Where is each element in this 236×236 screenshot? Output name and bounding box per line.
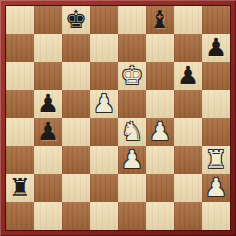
- square-d7[interactable]: [90, 34, 118, 62]
- white-pawn: ♟: [149, 119, 171, 146]
- square-e3[interactable]: ♟: [118, 146, 146, 174]
- square-c2[interactable]: [62, 174, 90, 202]
- square-d5[interactable]: ♟: [90, 90, 118, 118]
- black-bishop: ♝: [149, 7, 171, 34]
- square-e2[interactable]: [118, 174, 146, 202]
- square-e1[interactable]: [118, 202, 146, 230]
- square-c4[interactable]: [62, 118, 90, 146]
- square-h7[interactable]: ♟: [202, 34, 230, 62]
- square-b1[interactable]: [34, 202, 62, 230]
- square-h4[interactable]: [202, 118, 230, 146]
- square-d3[interactable]: [90, 146, 118, 174]
- black-pawn: ♟: [205, 35, 227, 62]
- square-a7[interactable]: [6, 34, 34, 62]
- square-h3[interactable]: ♜: [202, 146, 230, 174]
- square-e5[interactable]: [118, 90, 146, 118]
- square-e6[interactable]: ♚: [118, 62, 146, 90]
- square-g1[interactable]: [174, 202, 202, 230]
- square-a1[interactable]: [6, 202, 34, 230]
- square-c5[interactable]: [62, 90, 90, 118]
- square-d6[interactable]: [90, 62, 118, 90]
- square-c1[interactable]: [62, 202, 90, 230]
- square-f4[interactable]: ♟: [146, 118, 174, 146]
- square-a4[interactable]: [6, 118, 34, 146]
- white-pawn: ♟: [93, 91, 115, 118]
- square-d1[interactable]: [90, 202, 118, 230]
- square-g3[interactable]: [174, 146, 202, 174]
- square-f5[interactable]: [146, 90, 174, 118]
- chess-board: ♚♝♟♚♟♟♟♟♞♟♟♜♜♟: [6, 6, 230, 230]
- black-king: ♚: [65, 7, 87, 34]
- black-pawn: ♟: [37, 91, 59, 118]
- black-pawn: ♟: [37, 119, 59, 146]
- square-b8[interactable]: [34, 6, 62, 34]
- board-frame: ♚♝♟♚♟♟♟♟♞♟♟♜♜♟: [0, 0, 236, 236]
- square-g7[interactable]: [174, 34, 202, 62]
- square-f6[interactable]: [146, 62, 174, 90]
- white-pawn: ♟: [121, 147, 143, 174]
- square-c7[interactable]: [62, 34, 90, 62]
- square-c3[interactable]: [62, 146, 90, 174]
- white-pawn: ♟: [205, 175, 227, 202]
- square-g8[interactable]: [174, 6, 202, 34]
- square-b4[interactable]: ♟: [34, 118, 62, 146]
- white-king: ♚: [121, 63, 143, 90]
- square-a5[interactable]: [6, 90, 34, 118]
- square-h2[interactable]: ♟: [202, 174, 230, 202]
- square-e4[interactable]: ♞: [118, 118, 146, 146]
- square-h1[interactable]: [202, 202, 230, 230]
- square-c6[interactable]: [62, 62, 90, 90]
- square-d2[interactable]: [90, 174, 118, 202]
- square-h5[interactable]: [202, 90, 230, 118]
- square-b6[interactable]: [34, 62, 62, 90]
- square-b7[interactable]: [34, 34, 62, 62]
- square-g2[interactable]: [174, 174, 202, 202]
- square-d8[interactable]: [90, 6, 118, 34]
- square-a3[interactable]: [6, 146, 34, 174]
- square-f2[interactable]: [146, 174, 174, 202]
- square-b2[interactable]: [34, 174, 62, 202]
- square-d4[interactable]: [90, 118, 118, 146]
- square-c8[interactable]: ♚: [62, 6, 90, 34]
- square-e7[interactable]: [118, 34, 146, 62]
- square-a6[interactable]: [6, 62, 34, 90]
- square-e8[interactable]: [118, 6, 146, 34]
- square-b3[interactable]: [34, 146, 62, 174]
- white-knight: ♞: [121, 119, 143, 146]
- square-f8[interactable]: ♝: [146, 6, 174, 34]
- black-pawn: ♟: [177, 63, 199, 90]
- square-g6[interactable]: ♟: [174, 62, 202, 90]
- square-h8[interactable]: [202, 6, 230, 34]
- square-f3[interactable]: [146, 146, 174, 174]
- square-h6[interactable]: [202, 62, 230, 90]
- square-f7[interactable]: [146, 34, 174, 62]
- square-a8[interactable]: [6, 6, 34, 34]
- square-a2[interactable]: ♜: [6, 174, 34, 202]
- white-rook: ♜: [205, 147, 227, 174]
- square-b5[interactable]: ♟: [34, 90, 62, 118]
- square-f1[interactable]: [146, 202, 174, 230]
- black-rook: ♜: [9, 175, 31, 202]
- square-g5[interactable]: [174, 90, 202, 118]
- square-g4[interactable]: [174, 118, 202, 146]
